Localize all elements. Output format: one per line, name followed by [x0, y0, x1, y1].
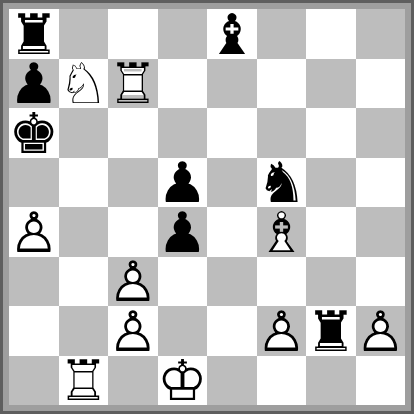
square-f1[interactable]: [257, 356, 307, 406]
square-f8[interactable]: [257, 9, 307, 59]
piece-fill-layer: ♟: [158, 208, 208, 258]
piece-fill-layer: ♝: [207, 10, 257, 60]
square-g6[interactable]: [306, 108, 356, 158]
square-g8[interactable]: [306, 9, 356, 59]
black-pawn[interactable]: ♟: [158, 207, 208, 257]
square-a3[interactable]: [9, 257, 59, 307]
white-rook[interactable]: ♜♖: [59, 356, 109, 406]
square-b1[interactable]: ♜♖: [59, 356, 109, 406]
square-a6[interactable]: ♚: [9, 108, 59, 158]
chess-board: ♜♝♟♞♘♜♖♚♟♞♟♙♟♝♗♟♙♟♙♟♙♜♟♙♜♖♚♔: [9, 9, 405, 405]
square-h2[interactable]: ♟♙: [356, 306, 406, 356]
white-king[interactable]: ♚♔: [158, 356, 208, 406]
board-frame: ♜♝♟♞♘♜♖♚♟♞♟♙♟♝♗♟♙♟♙♟♙♜♟♙♜♖♚♔: [0, 0, 414, 414]
black-bishop[interactable]: ♝: [207, 9, 257, 59]
square-c2[interactable]: ♟♙: [108, 306, 158, 356]
piece-outline-layer: ♙: [257, 307, 307, 357]
square-b4[interactable]: [59, 207, 109, 257]
piece-outline-layer: ♘: [59, 60, 109, 110]
square-e8[interactable]: ♝: [207, 9, 257, 59]
square-b5[interactable]: [59, 158, 109, 208]
piece-outline-layer: ♙: [356, 307, 406, 357]
piece-fill-layer: ♜: [306, 307, 356, 357]
square-e4[interactable]: [207, 207, 257, 257]
square-d8[interactable]: [158, 9, 208, 59]
piece-outline-layer: ♖: [59, 357, 109, 407]
square-d4[interactable]: ♟: [158, 207, 208, 257]
square-f7[interactable]: [257, 59, 307, 109]
square-e5[interactable]: [207, 158, 257, 208]
square-c5[interactable]: [108, 158, 158, 208]
square-h1[interactable]: [356, 356, 406, 406]
piece-outline-layer: ♖: [108, 60, 158, 110]
white-pawn[interactable]: ♟♙: [257, 306, 307, 356]
piece-fill-layer: ♚: [9, 109, 59, 159]
black-rook[interactable]: ♜: [306, 306, 356, 356]
square-b7[interactable]: ♞♘: [59, 59, 109, 109]
white-pawn[interactable]: ♟♙: [9, 207, 59, 257]
white-bishop[interactable]: ♝♗: [257, 207, 307, 257]
square-b3[interactable]: [59, 257, 109, 307]
square-c6[interactable]: [108, 108, 158, 158]
square-f4[interactable]: ♝♗: [257, 207, 307, 257]
square-h7[interactable]: [356, 59, 406, 109]
square-g2[interactable]: ♜: [306, 306, 356, 356]
square-d1[interactable]: ♚♔: [158, 356, 208, 406]
square-h6[interactable]: [356, 108, 406, 158]
white-rook[interactable]: ♜♖: [108, 59, 158, 109]
piece-outline-layer: ♙: [108, 307, 158, 357]
white-pawn[interactable]: ♟♙: [108, 306, 158, 356]
square-c7[interactable]: ♜♖: [108, 59, 158, 109]
square-e6[interactable]: [207, 108, 257, 158]
piece-outline-layer: ♔: [158, 357, 208, 407]
square-d3[interactable]: [158, 257, 208, 307]
black-king[interactable]: ♚: [9, 108, 59, 158]
square-d7[interactable]: [158, 59, 208, 109]
square-a2[interactable]: [9, 306, 59, 356]
white-knight[interactable]: ♞♘: [59, 59, 109, 109]
square-f2[interactable]: ♟♙: [257, 306, 307, 356]
square-g4[interactable]: [306, 207, 356, 257]
square-h8[interactable]: [356, 9, 406, 59]
square-a4[interactable]: ♟♙: [9, 207, 59, 257]
square-g1[interactable]: [306, 356, 356, 406]
white-pawn[interactable]: ♟♙: [356, 306, 406, 356]
square-b6[interactable]: [59, 108, 109, 158]
square-e2[interactable]: [207, 306, 257, 356]
square-e1[interactable]: [207, 356, 257, 406]
square-g7[interactable]: [306, 59, 356, 109]
square-e3[interactable]: [207, 257, 257, 307]
piece-outline-layer: ♗: [257, 208, 307, 258]
square-c1[interactable]: [108, 356, 158, 406]
square-e7[interactable]: [207, 59, 257, 109]
square-h5[interactable]: [356, 158, 406, 208]
square-g5[interactable]: [306, 158, 356, 208]
square-a1[interactable]: [9, 356, 59, 406]
square-h4[interactable]: [356, 207, 406, 257]
piece-outline-layer: ♙: [9, 208, 59, 258]
